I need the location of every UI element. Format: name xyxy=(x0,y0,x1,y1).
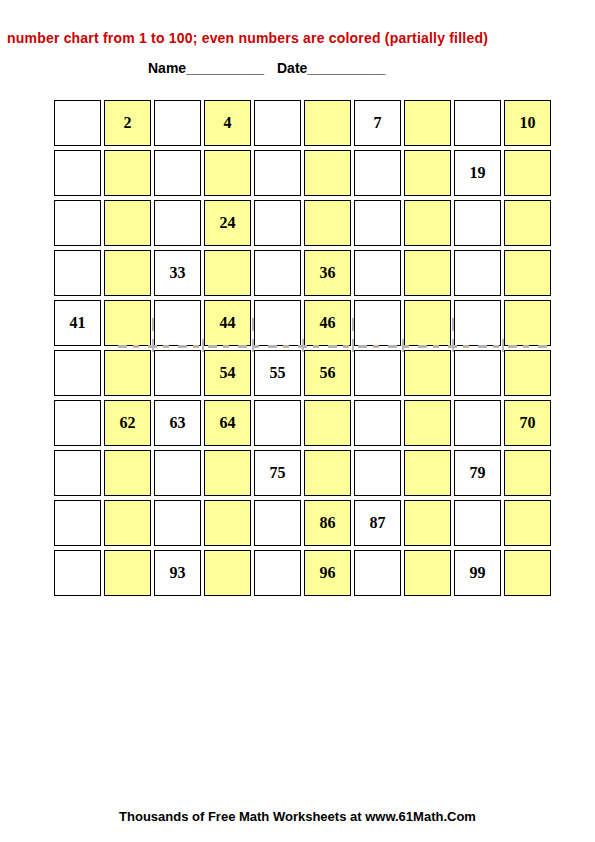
cell-94-blank[interactable] xyxy=(204,550,251,596)
cell-74-blank[interactable] xyxy=(204,450,251,496)
cell-65-blank[interactable] xyxy=(254,400,301,446)
cell-63-filled[interactable]: 63 xyxy=(154,400,201,446)
cell-31-blank[interactable] xyxy=(54,250,101,296)
cell-5-blank[interactable] xyxy=(254,100,301,146)
cell-43-blank[interactable] xyxy=(154,300,201,346)
cell-64-filled[interactable]: 64 xyxy=(204,400,251,446)
cell-10-filled[interactable]: 10 xyxy=(504,100,551,146)
cell-96-filled[interactable]: 96 xyxy=(304,550,351,596)
cell-93-filled[interactable]: 93 xyxy=(154,550,201,596)
cell-72-blank[interactable] xyxy=(104,450,151,496)
name-field[interactable]: Name__________ xyxy=(148,60,264,76)
cell-54-filled[interactable]: 54 xyxy=(204,350,251,396)
cell-53-blank[interactable] xyxy=(154,350,201,396)
cell-78-blank[interactable] xyxy=(404,450,451,496)
cell-29-blank[interactable] xyxy=(454,200,501,246)
cell-21-blank[interactable] xyxy=(54,200,101,246)
cell-86-filled[interactable]: 86 xyxy=(304,500,351,546)
cell-81-blank[interactable] xyxy=(54,500,101,546)
cell-98-blank[interactable] xyxy=(404,550,451,596)
cell-32-blank[interactable] xyxy=(104,250,151,296)
cell-37-blank[interactable] xyxy=(354,250,401,296)
cell-95-blank[interactable] xyxy=(254,550,301,596)
cell-55-filled[interactable]: 55 xyxy=(254,350,301,396)
cell-3-blank[interactable] xyxy=(154,100,201,146)
cell-34-blank[interactable] xyxy=(204,250,251,296)
cell-85-blank[interactable] xyxy=(254,500,301,546)
number-chart-grid: 2471019243336414446545556626364707579868… xyxy=(54,100,551,596)
footer-text: Thousands of Free Math Worksheets at www… xyxy=(0,809,595,824)
cell-67-blank[interactable] xyxy=(354,400,401,446)
cell-57-blank[interactable] xyxy=(354,350,401,396)
cell-50-blank[interactable] xyxy=(504,300,551,346)
cell-88-blank[interactable] xyxy=(404,500,451,546)
cell-18-blank[interactable] xyxy=(404,150,451,196)
cell-77-blank[interactable] xyxy=(354,450,401,496)
cell-45-blank[interactable] xyxy=(254,300,301,346)
cell-51-blank[interactable] xyxy=(54,350,101,396)
cell-58-blank[interactable] xyxy=(404,350,451,396)
cell-62-filled[interactable]: 62 xyxy=(104,400,151,446)
cell-89-blank[interactable] xyxy=(454,500,501,546)
cell-16-blank[interactable] xyxy=(304,150,351,196)
cell-47-blank[interactable] xyxy=(354,300,401,346)
cell-68-blank[interactable] xyxy=(404,400,451,446)
cell-24-filled[interactable]: 24 xyxy=(204,200,251,246)
cell-100-blank[interactable] xyxy=(504,550,551,596)
cell-60-blank[interactable] xyxy=(504,350,551,396)
cell-52-blank[interactable] xyxy=(104,350,151,396)
cell-48-blank[interactable] xyxy=(404,300,451,346)
cell-40-blank[interactable] xyxy=(504,250,551,296)
cell-12-blank[interactable] xyxy=(104,150,151,196)
cell-19-filled[interactable]: 19 xyxy=(454,150,501,196)
cell-92-blank[interactable] xyxy=(104,550,151,596)
cell-2-filled[interactable]: 2 xyxy=(104,100,151,146)
cell-9-blank[interactable] xyxy=(454,100,501,146)
cell-87-filled[interactable]: 87 xyxy=(354,500,401,546)
cell-82-blank[interactable] xyxy=(104,500,151,546)
cell-7-filled[interactable]: 7 xyxy=(354,100,401,146)
cell-44-filled[interactable]: 44 xyxy=(204,300,251,346)
cell-28-blank[interactable] xyxy=(404,200,451,246)
cell-56-filled[interactable]: 56 xyxy=(304,350,351,396)
cell-25-blank[interactable] xyxy=(254,200,301,246)
cell-8-blank[interactable] xyxy=(404,100,451,146)
cell-61-blank[interactable] xyxy=(54,400,101,446)
cell-76-blank[interactable] xyxy=(304,450,351,496)
cell-66-blank[interactable] xyxy=(304,400,351,446)
cell-4-filled[interactable]: 4 xyxy=(204,100,251,146)
date-field[interactable]: Date__________ xyxy=(277,60,385,76)
cell-91-blank[interactable] xyxy=(54,550,101,596)
cell-42-blank[interactable] xyxy=(104,300,151,346)
cell-79-filled[interactable]: 79 xyxy=(454,450,501,496)
cell-13-blank[interactable] xyxy=(154,150,201,196)
cell-35-blank[interactable] xyxy=(254,250,301,296)
cell-27-blank[interactable] xyxy=(354,200,401,246)
cell-30-blank[interactable] xyxy=(504,200,551,246)
cell-97-blank[interactable] xyxy=(354,550,401,596)
worksheet-page: number chart from 1 to 100; even numbers… xyxy=(0,0,595,842)
cell-90-blank[interactable] xyxy=(504,500,551,546)
cell-22-blank[interactable] xyxy=(104,200,151,246)
cell-1-blank[interactable] xyxy=(54,100,101,146)
cell-73-blank[interactable] xyxy=(154,450,201,496)
cell-41-filled[interactable]: 41 xyxy=(54,300,101,346)
name-date-row: Name__________Date__________ xyxy=(148,60,398,76)
cell-20-blank[interactable] xyxy=(504,150,551,196)
cell-36-filled[interactable]: 36 xyxy=(304,250,351,296)
cell-38-blank[interactable] xyxy=(404,250,451,296)
cell-26-blank[interactable] xyxy=(304,200,351,246)
cell-49-blank[interactable] xyxy=(454,300,501,346)
cell-99-filled[interactable]: 99 xyxy=(454,550,501,596)
cell-33-filled[interactable]: 33 xyxy=(154,250,201,296)
cell-39-blank[interactable] xyxy=(454,250,501,296)
cell-11-blank[interactable] xyxy=(54,150,101,196)
cell-15-blank[interactable] xyxy=(254,150,301,196)
cell-75-filled[interactable]: 75 xyxy=(254,450,301,496)
cell-71-blank[interactable] xyxy=(54,450,101,496)
cell-14-blank[interactable] xyxy=(204,150,251,196)
worksheet-title: number chart from 1 to 100; even numbers… xyxy=(7,30,488,46)
cell-46-filled[interactable]: 46 xyxy=(304,300,351,346)
cell-23-blank[interactable] xyxy=(154,200,201,246)
cell-83-blank[interactable] xyxy=(154,500,201,546)
cell-70-filled[interactable]: 70 xyxy=(504,400,551,446)
cell-84-blank[interactable] xyxy=(204,500,251,546)
cell-59-blank[interactable] xyxy=(454,350,501,396)
cell-69-blank[interactable] xyxy=(454,400,501,446)
cell-80-blank[interactable] xyxy=(504,450,551,496)
cell-17-blank[interactable] xyxy=(354,150,401,196)
cell-6-blank[interactable] xyxy=(304,100,351,146)
